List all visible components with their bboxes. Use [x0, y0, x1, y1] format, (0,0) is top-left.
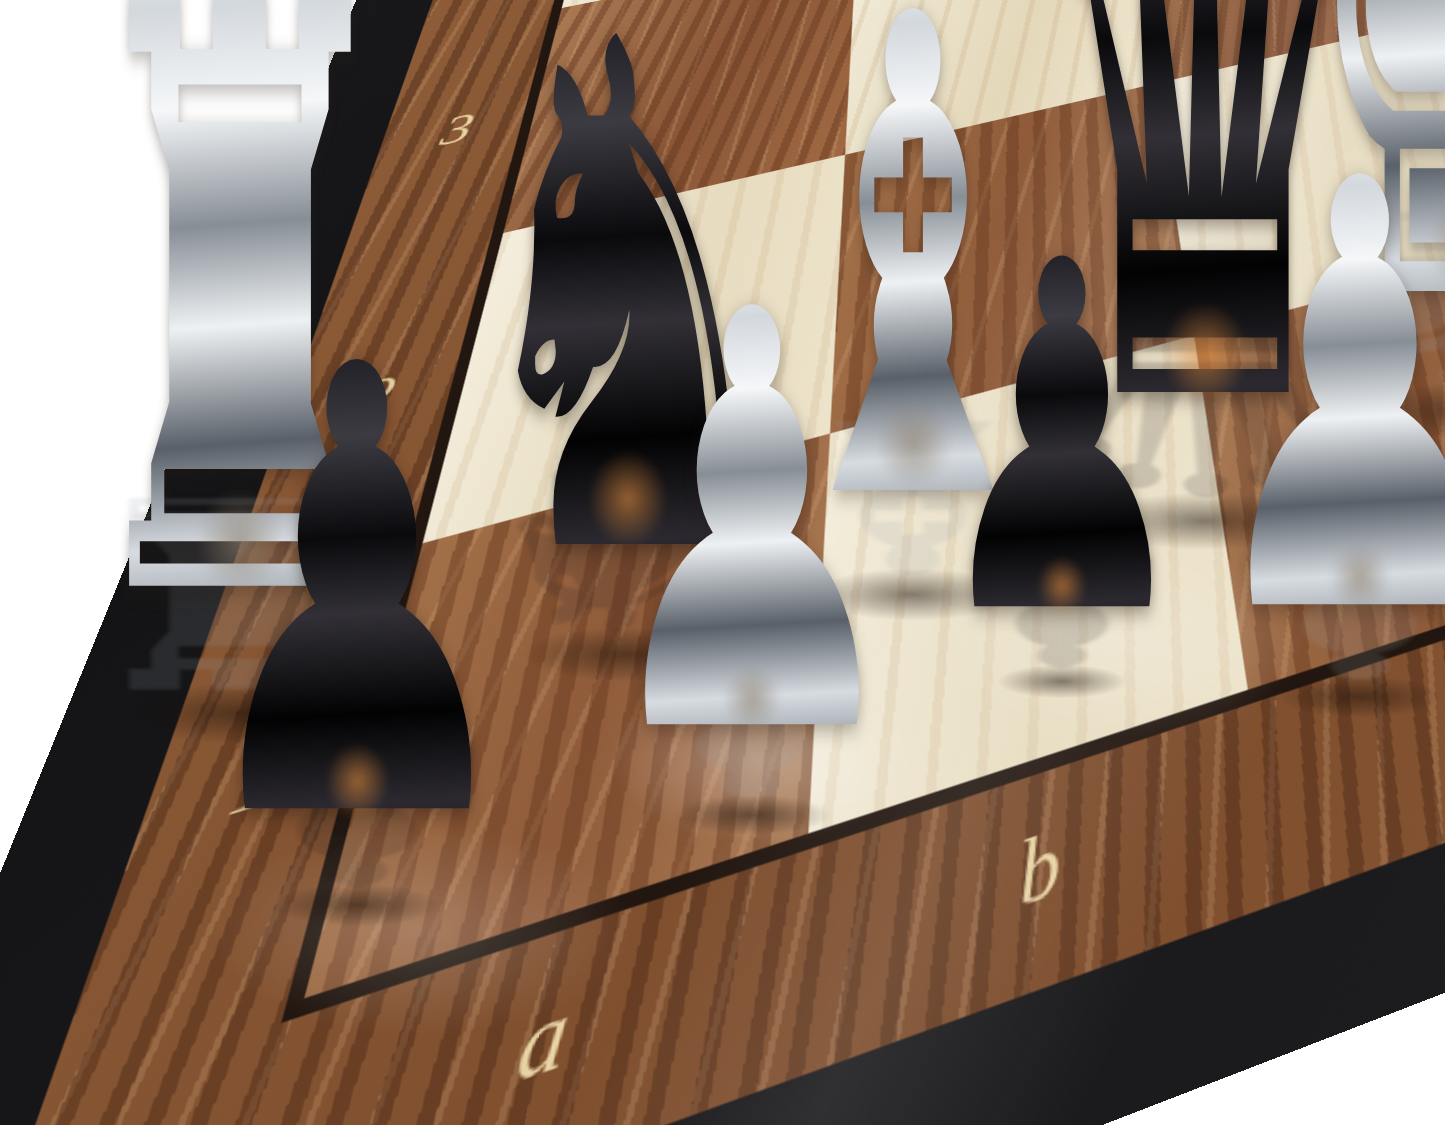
black-pawn-d2[interactable]: ♟ — [929, 204, 1196, 684]
black-pawn-a1[interactable]: ♟ — [186, 293, 528, 908]
file-label-b: b — [1016, 809, 1065, 928]
silver-pawn-e2[interactable]: ♟ — [1196, 110, 1445, 700]
chess-photo-stage: abc1234 ♚♚♛♛♝♝♞♞♟♟♟♟♜♜♟♟♟♟ — [0, 0, 1445, 1125]
silver-pawn-b1[interactable]: ♟ — [592, 243, 912, 818]
